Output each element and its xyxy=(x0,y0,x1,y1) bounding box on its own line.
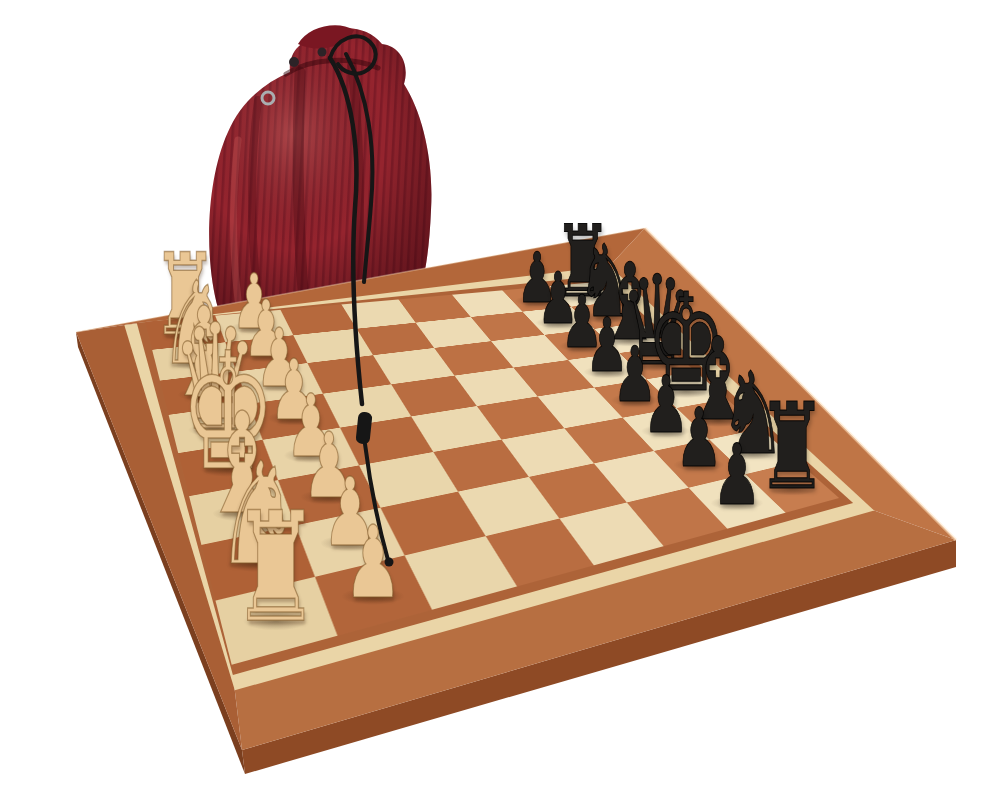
piece-white-rook-h1[interactable]: ♜ xyxy=(276,626,412,778)
white-pawn-icon: ♟ xyxy=(344,513,403,613)
pieces-layer: ♜♟♞♟♟♜♝♟♟♞♛♟♟♚♝♟♟♝♛♟♞♟♟♚♜♟♟♝♟♞♟♜ xyxy=(0,0,1000,800)
black-pawn-icon: ♟ xyxy=(712,432,762,516)
white-rook-icon: ♜ xyxy=(231,493,321,645)
chess-set-photo: ♜♟♞♟♟♜♝♟♟♞♛♟♟♚♝♟♟♝♛♟♞♟♟♚♜♟♟♝♟♞♟♜ xyxy=(0,0,1000,800)
piece-black-pawn-h7[interactable]: ♟ xyxy=(737,507,813,591)
black-rook-icon: ♜ xyxy=(757,388,828,507)
